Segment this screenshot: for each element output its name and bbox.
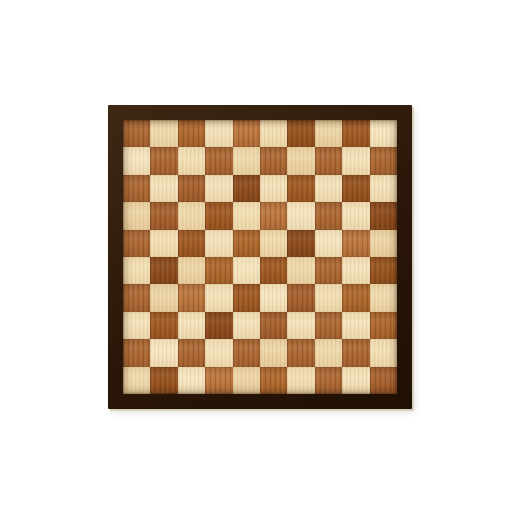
square-r4c1 <box>123 202 150 229</box>
square-r3c1 <box>123 175 150 202</box>
square-r1c7 <box>287 120 314 147</box>
square-r5c2 <box>150 230 177 257</box>
square-r6c2 <box>150 257 177 284</box>
square-r6c6 <box>260 257 287 284</box>
square-r3c7 <box>287 175 314 202</box>
square-r3c5 <box>233 175 260 202</box>
board-grid <box>123 120 397 394</box>
square-r10c9 <box>342 367 369 394</box>
square-r2c4 <box>205 147 232 174</box>
square-r8c4 <box>205 312 232 339</box>
square-r4c6 <box>260 202 287 229</box>
square-r7c3 <box>178 284 205 311</box>
square-r5c4 <box>205 230 232 257</box>
square-r2c7 <box>287 147 314 174</box>
square-r7c8 <box>315 284 342 311</box>
square-r7c7 <box>287 284 314 311</box>
square-r6c7 <box>287 257 314 284</box>
square-r7c2 <box>150 284 177 311</box>
square-r8c10 <box>370 312 397 339</box>
square-r8c9 <box>342 312 369 339</box>
square-r1c5 <box>233 120 260 147</box>
square-r5c10 <box>370 230 397 257</box>
square-r5c5 <box>233 230 260 257</box>
square-r9c6 <box>260 339 287 366</box>
square-r1c2 <box>150 120 177 147</box>
square-r10c1 <box>123 367 150 394</box>
square-r2c3 <box>178 147 205 174</box>
square-r4c8 <box>315 202 342 229</box>
square-r10c4 <box>205 367 232 394</box>
square-r9c8 <box>315 339 342 366</box>
square-r6c3 <box>178 257 205 284</box>
square-r8c6 <box>260 312 287 339</box>
square-r9c9 <box>342 339 369 366</box>
square-r9c7 <box>287 339 314 366</box>
square-r9c2 <box>150 339 177 366</box>
square-r2c6 <box>260 147 287 174</box>
square-r2c5 <box>233 147 260 174</box>
square-r7c4 <box>205 284 232 311</box>
square-r1c3 <box>178 120 205 147</box>
square-r7c6 <box>260 284 287 311</box>
draughts-board-frame <box>108 105 412 409</box>
square-r10c7 <box>287 367 314 394</box>
square-r5c8 <box>315 230 342 257</box>
square-r9c5 <box>233 339 260 366</box>
square-r9c1 <box>123 339 150 366</box>
square-r10c6 <box>260 367 287 394</box>
square-r10c10 <box>370 367 397 394</box>
square-r8c2 <box>150 312 177 339</box>
square-r6c8 <box>315 257 342 284</box>
square-r1c4 <box>205 120 232 147</box>
square-r3c9 <box>342 175 369 202</box>
square-r2c10 <box>370 147 397 174</box>
square-r5c1 <box>123 230 150 257</box>
square-r1c8 <box>315 120 342 147</box>
square-r3c2 <box>150 175 177 202</box>
square-r4c9 <box>342 202 369 229</box>
square-r1c1 <box>123 120 150 147</box>
square-r4c5 <box>233 202 260 229</box>
square-r10c5 <box>233 367 260 394</box>
square-r3c3 <box>178 175 205 202</box>
square-r6c9 <box>342 257 369 284</box>
square-r2c8 <box>315 147 342 174</box>
product-photo-canvas <box>0 0 520 520</box>
square-r5c9 <box>342 230 369 257</box>
square-r9c4 <box>205 339 232 366</box>
square-r4c10 <box>370 202 397 229</box>
square-r6c5 <box>233 257 260 284</box>
square-r2c9 <box>342 147 369 174</box>
square-r7c9 <box>342 284 369 311</box>
square-r6c4 <box>205 257 232 284</box>
square-r9c10 <box>370 339 397 366</box>
square-r10c2 <box>150 367 177 394</box>
square-r5c6 <box>260 230 287 257</box>
square-r3c8 <box>315 175 342 202</box>
square-r10c3 <box>178 367 205 394</box>
square-r4c2 <box>150 202 177 229</box>
square-r2c2 <box>150 147 177 174</box>
square-r7c10 <box>370 284 397 311</box>
square-r2c1 <box>123 147 150 174</box>
square-r8c5 <box>233 312 260 339</box>
square-r4c7 <box>287 202 314 229</box>
square-r5c3 <box>178 230 205 257</box>
square-r8c7 <box>287 312 314 339</box>
square-r8c1 <box>123 312 150 339</box>
square-r4c3 <box>178 202 205 229</box>
square-r5c7 <box>287 230 314 257</box>
square-r8c3 <box>178 312 205 339</box>
square-r3c4 <box>205 175 232 202</box>
square-r6c10 <box>370 257 397 284</box>
square-r3c10 <box>370 175 397 202</box>
square-r1c6 <box>260 120 287 147</box>
square-r7c1 <box>123 284 150 311</box>
square-r9c3 <box>178 339 205 366</box>
square-r8c8 <box>315 312 342 339</box>
square-r1c10 <box>370 120 397 147</box>
square-r3c6 <box>260 175 287 202</box>
square-r1c9 <box>342 120 369 147</box>
square-r6c1 <box>123 257 150 284</box>
square-r10c8 <box>315 367 342 394</box>
square-r4c4 <box>205 202 232 229</box>
square-r7c5 <box>233 284 260 311</box>
